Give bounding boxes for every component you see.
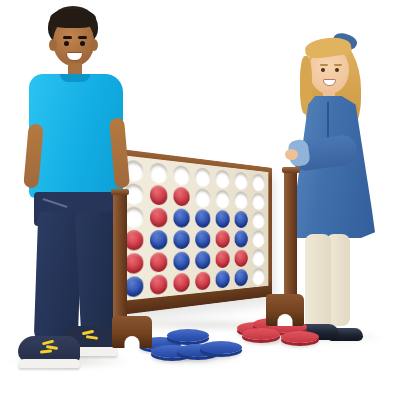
connect-four-board [112,148,272,316]
board-cell-r1c7[interactable] [250,172,267,192]
board-cell-r4c5[interactable] [213,229,232,249]
empty-hole [252,173,264,191]
board-cell-r2c4[interactable] [192,186,213,208]
empty-hole [252,267,264,284]
scene-photo [0,0,400,400]
board-cell-r1c3[interactable] [170,163,192,187]
blue-disc [195,230,210,248]
girl-eye [335,68,339,72]
red-disc [150,274,167,295]
boy-eye [64,41,69,46]
girl-pants-front-leg [305,234,331,330]
boy-tshirt-collar [60,74,90,82]
board-cell-r4c6[interactable] [232,229,250,249]
board-cell-r4c2[interactable] [147,228,171,251]
red-disc [150,252,167,272]
boy-hairline [50,9,96,28]
empty-hole [235,191,248,209]
empty-hole [252,230,264,247]
blue-floor-disc[interactable] [200,341,242,354]
red-disc [235,249,248,267]
red-disc [150,207,167,227]
board-cell-r2c6[interactable] [232,189,250,209]
board-cell-r5c5[interactable] [213,248,232,269]
empty-hole [252,192,264,209]
board-cell-r3c2[interactable] [147,205,171,228]
empty-hole [195,167,210,187]
board-cell-r6c6[interactable] [232,267,250,288]
boy-eyebrow [63,36,72,39]
girl-hand [285,149,298,160]
board-cell-r3c6[interactable] [232,209,250,229]
girl-eye [321,68,325,72]
board-cell-r5c6[interactable] [232,248,250,268]
board-cell-r6c2[interactable] [147,272,171,296]
girl-eyebrow [320,64,328,66]
board-cell-r6c7[interactable] [250,266,267,286]
blue-disc [173,230,189,249]
boy-cyan-tshirt [29,74,123,198]
board-cell-r4c3[interactable] [170,228,192,250]
blue-disc [216,270,230,289]
board-cell-r3c4[interactable] [192,207,213,228]
board-cell-r5c4[interactable] [192,249,213,271]
boy-eye [80,41,85,46]
girl-eyebrow [334,64,342,66]
red-disc [216,230,230,248]
board-cell-r5c3[interactable] [170,250,192,273]
board-cell-r3c3[interactable] [170,206,192,228]
boy-ear [90,39,98,51]
yellow-lace [40,349,52,353]
red-disc [195,271,210,290]
yellow-lace [86,335,98,340]
board-cell-r6c3[interactable] [170,271,192,294]
stand-right-foot [266,294,304,326]
empty-hole [173,164,189,184]
board-cell-r3c7[interactable] [250,210,267,229]
board-grid [118,155,268,302]
red-floor-disc[interactable] [242,328,280,340]
empty-hole [150,162,167,183]
red-floor-disc[interactable] [281,331,319,343]
board-cell-r6c4[interactable] [192,269,213,291]
red-disc [150,184,167,205]
empty-hole [216,189,230,207]
board-cell-r5c7[interactable] [250,247,267,267]
boy-sneaker-front [18,336,80,362]
stand-left-post [113,192,127,324]
board-cell-r1c2[interactable] [147,160,171,185]
board-cell-r2c3[interactable] [170,185,192,208]
stand-right-post [284,170,297,302]
board-cell-r3c5[interactable] [213,208,232,229]
blue-disc [235,210,248,227]
board-cell-r6c5[interactable] [213,268,232,290]
board-cell-r5c2[interactable] [147,250,171,273]
blue-disc [235,268,248,286]
boy-eyebrow [78,36,87,39]
blue-floor-disc[interactable] [167,329,209,342]
red-disc [173,186,189,206]
board-cell-r4c4[interactable] [192,228,213,249]
empty-hole [235,171,248,189]
stand-left-foot [112,316,152,348]
blue-disc [150,230,167,250]
board-cell-r1c5[interactable] [213,167,232,189]
blue-disc [195,250,210,269]
empty-hole [252,211,264,228]
yellow-lace [82,330,94,335]
board-cell-r2c7[interactable] [250,191,267,211]
blue-disc [235,230,248,247]
board-cell-r1c4[interactable] [192,165,213,188]
board-cell-r2c2[interactable] [147,183,171,207]
blue-disc [216,210,230,228]
empty-hole [216,169,230,188]
boy-ear [49,39,57,51]
blue-disc [195,209,210,228]
blue-disc [173,251,189,271]
empty-hole [252,249,264,266]
board-cell-r2c5[interactable] [213,188,232,209]
red-disc [216,250,230,268]
blue-disc [173,208,189,227]
empty-hole [195,188,210,207]
board-cell-r4c7[interactable] [250,229,267,248]
red-disc [173,272,189,292]
board-cell-r1c6[interactable] [232,170,250,191]
